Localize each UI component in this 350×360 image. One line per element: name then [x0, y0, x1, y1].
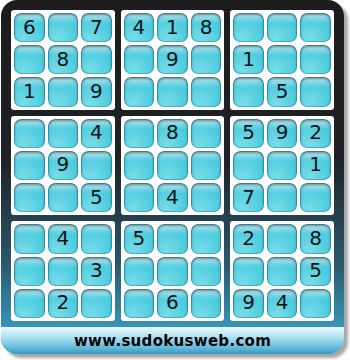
- given-digit: 9: [166, 49, 179, 69]
- cell-r3c9[interactable]: [300, 77, 331, 106]
- box-2-3: 59217: [230, 116, 334, 216]
- given-digit: 7: [242, 187, 255, 207]
- cell-r4c2[interactable]: [48, 119, 79, 148]
- cell-r9c5[interactable]: 6: [157, 289, 188, 318]
- cell-r8c4[interactable]: [124, 257, 155, 286]
- cell-r3c3[interactable]: 9: [81, 77, 112, 106]
- cell-r9c3[interactable]: [81, 289, 112, 318]
- given-digit: 8: [309, 228, 322, 248]
- cell-r4c1[interactable]: [14, 119, 45, 148]
- cell-r7c6[interactable]: [191, 224, 222, 253]
- cell-r7c1[interactable]: [14, 224, 45, 253]
- box-2-1: 495: [11, 116, 115, 216]
- cell-r7c7[interactable]: 2: [233, 224, 264, 253]
- cell-r1c1[interactable]: 6: [14, 13, 45, 42]
- given-digit: 2: [242, 228, 255, 248]
- given-digit: 8: [56, 49, 69, 69]
- cell-r8c7[interactable]: [233, 257, 264, 286]
- given-digit: 4: [276, 292, 289, 312]
- cell-r9c1[interactable]: [14, 289, 45, 318]
- given-digit: 5: [309, 260, 322, 280]
- cell-r8c3[interactable]: 3: [81, 257, 112, 286]
- given-digit: 9: [56, 154, 69, 174]
- box-1-1: 67819: [11, 10, 115, 110]
- cell-r9c7[interactable]: 9: [233, 289, 264, 318]
- cell-r6c1[interactable]: [14, 183, 45, 212]
- cell-r2c3[interactable]: [81, 45, 112, 74]
- given-digit: 1: [166, 17, 179, 37]
- cell-r6c6[interactable]: [191, 183, 222, 212]
- given-digit: 1: [309, 154, 322, 174]
- cell-r7c9[interactable]: 8: [300, 224, 331, 253]
- cell-r1c5[interactable]: 1: [157, 13, 188, 42]
- cell-r3c6[interactable]: [191, 77, 222, 106]
- cell-r8c1[interactable]: [14, 257, 45, 286]
- cell-r4c6[interactable]: [191, 119, 222, 148]
- cell-r9c4[interactable]: [124, 289, 155, 318]
- footer-band: www.sudokusweb.com: [1, 327, 344, 354]
- cell-r1c7[interactable]: [233, 13, 264, 42]
- given-digit: 5: [276, 81, 289, 101]
- cell-r7c3[interactable]: [81, 224, 112, 253]
- box-1-3: 15: [230, 10, 334, 110]
- given-digit: 8: [200, 17, 213, 37]
- given-digit: 5: [90, 187, 103, 207]
- given-digit: 4: [133, 17, 146, 37]
- cell-r3c7[interactable]: [233, 77, 264, 106]
- cell-r6c7[interactable]: 7: [233, 183, 264, 212]
- site-url-link[interactable]: www.sudokusweb.com: [74, 332, 271, 350]
- cell-r6c3[interactable]: 5: [81, 183, 112, 212]
- cell-r8c9[interactable]: 5: [300, 257, 331, 286]
- cell-r2c1[interactable]: [14, 45, 45, 74]
- cell-r4c3[interactable]: 4: [81, 119, 112, 148]
- cell-r5c1[interactable]: [14, 151, 45, 180]
- box-3-2: 56: [121, 221, 225, 321]
- given-digit: 2: [56, 292, 69, 312]
- cell-r8c5[interactable]: [157, 257, 188, 286]
- box-3-3: 28594: [230, 221, 334, 321]
- given-digit: 2: [309, 122, 322, 142]
- cell-r4c4[interactable]: [124, 119, 155, 148]
- cell-r1c4[interactable]: 4: [124, 13, 155, 42]
- cell-r1c9[interactable]: [300, 13, 331, 42]
- cell-r2c4[interactable]: [124, 45, 155, 74]
- cell-r2c5[interactable]: 9: [157, 45, 188, 74]
- cell-r4c9[interactable]: 2: [300, 119, 331, 148]
- box-1-2: 4189: [121, 10, 225, 110]
- cell-r8c6[interactable]: [191, 257, 222, 286]
- cell-r2c6[interactable]: [191, 45, 222, 74]
- cell-r1c3[interactable]: 7: [81, 13, 112, 42]
- cell-r4c5[interactable]: 8: [157, 119, 188, 148]
- cell-r5c6[interactable]: [191, 151, 222, 180]
- box-2-2: 84: [121, 116, 225, 216]
- cell-r3c8[interactable]: 5: [267, 77, 298, 106]
- given-digit: 5: [242, 122, 255, 142]
- given-digit: 1: [242, 49, 255, 69]
- given-digit: 5: [133, 228, 146, 248]
- cell-r7c5[interactable]: [157, 224, 188, 253]
- given-digit: 9: [276, 122, 289, 142]
- sudoku-board: 6781941891549584592174325628594: [11, 10, 334, 321]
- cell-r9c9[interactable]: [300, 289, 331, 318]
- cell-r8c8[interactable]: [267, 257, 298, 286]
- cell-r2c7[interactable]: 1: [233, 45, 264, 74]
- given-digit: 3: [90, 260, 103, 280]
- cell-r4c7[interactable]: 5: [233, 119, 264, 148]
- cell-r2c2[interactable]: 8: [48, 45, 79, 74]
- cell-r9c6[interactable]: [191, 289, 222, 318]
- cell-r3c2[interactable]: [48, 77, 79, 106]
- cell-r7c2[interactable]: 4: [48, 224, 79, 253]
- given-digit: 6: [166, 292, 179, 312]
- cell-r5c3[interactable]: [81, 151, 112, 180]
- sudoku-widget: 6781941891549584592174325628594 www.sudo…: [0, 0, 350, 360]
- cell-r5c2[interactable]: 9: [48, 151, 79, 180]
- given-digit: 4: [166, 187, 179, 207]
- given-digit: 8: [166, 122, 179, 142]
- cell-r9c2[interactable]: 2: [48, 289, 79, 318]
- box-3-1: 432: [11, 221, 115, 321]
- given-digit: 1: [23, 81, 36, 101]
- cell-r5c8[interactable]: [267, 151, 298, 180]
- cell-r4c8[interactable]: 9: [267, 119, 298, 148]
- cell-r5c4[interactable]: [124, 151, 155, 180]
- cell-r6c9[interactable]: [300, 183, 331, 212]
- cell-r3c5[interactable]: [157, 77, 188, 106]
- cell-r3c1[interactable]: 1: [14, 77, 45, 106]
- cell-r5c9[interactable]: 1: [300, 151, 331, 180]
- given-digit: 4: [90, 122, 103, 142]
- cell-r5c7[interactable]: [233, 151, 264, 180]
- board-frame: 6781941891549584592174325628594 www.sudo…: [1, 0, 344, 354]
- cell-r5c5[interactable]: [157, 151, 188, 180]
- cell-r6c8[interactable]: [267, 183, 298, 212]
- cell-r6c2[interactable]: [48, 183, 79, 212]
- given-digit: 4: [56, 228, 69, 248]
- cell-r6c5[interactable]: 4: [157, 183, 188, 212]
- cell-r1c2[interactable]: [48, 13, 79, 42]
- cell-r6c4[interactable]: [124, 183, 155, 212]
- given-digit: 9: [242, 292, 255, 312]
- given-digit: 9: [90, 81, 103, 101]
- cell-r2c9[interactable]: [300, 45, 331, 74]
- cell-r1c8[interactable]: [267, 13, 298, 42]
- cell-r9c8[interactable]: 4: [267, 289, 298, 318]
- cell-r3c4[interactable]: [124, 77, 155, 106]
- cell-r1c6[interactable]: 8: [191, 13, 222, 42]
- cell-r2c8[interactable]: [267, 45, 298, 74]
- given-digit: 7: [90, 17, 103, 37]
- cell-r8c2[interactable]: [48, 257, 79, 286]
- cell-r7c4[interactable]: 5: [124, 224, 155, 253]
- given-digit: 6: [23, 17, 36, 37]
- cell-r7c8[interactable]: [267, 224, 298, 253]
